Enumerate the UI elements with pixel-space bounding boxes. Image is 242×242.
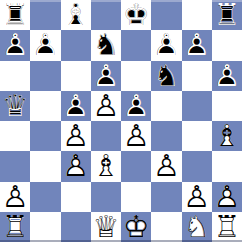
piece-white-pawn-outline: ♙	[153, 151, 180, 181]
piece-white-rook[interactable]: ♜	[213, 212, 240, 242]
piece-white-king-outline: ♔	[123, 212, 150, 242]
piece-black-bishop-outline: ♗	[62, 0, 89, 30]
square-g7[interactable]: ♟♙	[182, 30, 212, 60]
square-f4[interactable]	[151, 121, 181, 151]
piece-black-pawn-outline: ♙	[153, 30, 180, 60]
piece-white-knight-outline: ♘	[183, 212, 210, 242]
piece-black-pawn-outline: ♙	[123, 91, 150, 121]
square-e5[interactable]: ♟♙	[121, 91, 151, 121]
piece-white-pawn[interactable]: ♟	[153, 151, 180, 181]
square-e4[interactable]: ♟♙	[121, 121, 151, 151]
square-h6[interactable]: ♟♙	[212, 61, 242, 91]
piece-white-rook-outline: ♖	[2, 212, 29, 242]
piece-black-knight-outline: ♘	[153, 61, 180, 91]
square-a4[interactable]	[0, 121, 30, 151]
square-g8[interactable]	[182, 0, 212, 30]
piece-black-pawn-outline: ♙	[183, 30, 210, 60]
piece-white-king[interactable]: ♚	[123, 212, 150, 242]
square-h7[interactable]	[212, 30, 242, 60]
square-f3[interactable]: ♟♙	[151, 151, 181, 181]
square-c2[interactable]	[61, 182, 91, 212]
square-e2[interactable]	[121, 182, 151, 212]
square-f8[interactable]	[151, 0, 181, 30]
piece-white-pawn-outline: ♙	[62, 121, 89, 151]
square-g5[interactable]	[182, 91, 212, 121]
piece-black-pawn-outline: ♙	[213, 61, 240, 91]
square-a5[interactable]: ♛♕	[0, 91, 30, 121]
square-g2[interactable]: ♟♙	[182, 182, 212, 212]
square-d1[interactable]: ♛♕	[91, 212, 121, 242]
piece-black-pawn[interactable]: ♟	[183, 30, 210, 60]
piece-black-queen[interactable]: ♛	[2, 91, 29, 121]
piece-white-bishop-outline: ♗	[213, 121, 240, 151]
piece-white-rook-outline: ♖	[213, 212, 240, 242]
piece-black-king-outline: ♔	[123, 0, 150, 30]
square-d7[interactable]: ♞♘	[91, 30, 121, 60]
square-c5[interactable]: ♟♙	[61, 91, 91, 121]
piece-black-pawn-outline: ♙	[2, 30, 29, 60]
piece-black-pawn[interactable]: ♟	[123, 91, 150, 121]
square-h4[interactable]: ♝♗	[212, 121, 242, 151]
piece-black-knight[interactable]: ♞	[92, 30, 119, 60]
piece-black-pawn[interactable]: ♟	[62, 91, 89, 121]
piece-white-pawn-outline: ♙	[123, 121, 150, 151]
square-a3[interactable]	[0, 151, 30, 181]
square-d4[interactable]	[91, 121, 121, 151]
square-c1[interactable]	[61, 212, 91, 242]
square-e1[interactable]: ♚♔	[121, 212, 151, 242]
square-a6[interactable]	[0, 61, 30, 91]
piece-white-rook[interactable]: ♜	[2, 212, 29, 242]
square-e7[interactable]	[121, 30, 151, 60]
piece-white-pawn-outline: ♙	[92, 91, 119, 121]
square-h8[interactable]: ♜♖	[212, 0, 242, 30]
piece-white-pawn[interactable]: ♟	[62, 151, 89, 181]
square-g3[interactable]	[182, 151, 212, 181]
piece-white-pawn[interactable]: ♟	[92, 91, 119, 121]
square-c4[interactable]: ♟♙	[61, 121, 91, 151]
square-f1[interactable]	[151, 212, 181, 242]
square-c6[interactable]	[61, 61, 91, 91]
square-f2[interactable]	[151, 182, 181, 212]
piece-white-bishop[interactable]: ♝	[92, 151, 119, 181]
square-h1[interactable]: ♜♖	[212, 212, 242, 242]
piece-black-knight-outline: ♘	[92, 30, 119, 60]
square-b1[interactable]	[30, 212, 60, 242]
square-c8[interactable]: ♝♗	[61, 0, 91, 30]
piece-black-rook-outline: ♖	[2, 0, 29, 30]
piece-black-rook[interactable]: ♜	[2, 0, 29, 30]
piece-black-queen-outline: ♕	[2, 91, 29, 121]
piece-white-pawn[interactable]: ♟	[213, 182, 240, 212]
square-e3[interactable]	[121, 151, 151, 181]
chess-board: ♜♖♝♗♚♔♜♖♟♙♟♙♞♘♟♙♟♙♟♙♞♘♟♙♛♕♟♙♟♙♟♙♟♙♟♙♝♗♟♙…	[0, 0, 242, 242]
piece-black-bishop[interactable]: ♝	[62, 0, 89, 30]
square-d3[interactable]: ♝♗	[91, 151, 121, 181]
square-d8[interactable]	[91, 0, 121, 30]
piece-white-pawn-outline: ♙	[62, 151, 89, 181]
piece-white-bishop-outline: ♗	[92, 151, 119, 181]
square-f7[interactable]: ♟♙	[151, 30, 181, 60]
piece-black-pawn-outline: ♙	[32, 30, 59, 60]
piece-white-pawn[interactable]: ♟	[62, 121, 89, 151]
square-f5[interactable]	[151, 91, 181, 121]
square-h2[interactable]: ♟♙	[212, 182, 242, 212]
piece-black-knight[interactable]: ♞	[153, 61, 180, 91]
square-e8[interactable]: ♚♔	[121, 0, 151, 30]
square-a2[interactable]: ♟♙	[0, 182, 30, 212]
piece-black-pawn[interactable]: ♟	[2, 30, 29, 60]
piece-black-pawn[interactable]: ♟	[92, 61, 119, 91]
piece-black-king[interactable]: ♚	[123, 0, 150, 30]
piece-white-queen[interactable]: ♛	[92, 212, 119, 242]
square-f6[interactable]: ♞♘	[151, 61, 181, 91]
piece-white-queen-outline: ♕	[92, 212, 119, 242]
piece-black-rook-outline: ♖	[213, 0, 240, 30]
square-d5[interactable]: ♟♙	[91, 91, 121, 121]
piece-black-pawn-outline: ♙	[92, 61, 119, 91]
square-b3[interactable]	[30, 151, 60, 181]
piece-white-pawn[interactable]: ♟	[2, 182, 29, 212]
piece-white-pawn[interactable]: ♟	[183, 182, 210, 212]
square-a1[interactable]: ♜♖	[0, 212, 30, 242]
square-b6[interactable]	[30, 61, 60, 91]
square-d2[interactable]	[91, 182, 121, 212]
piece-black-pawn[interactable]: ♟	[153, 30, 180, 60]
square-a7[interactable]: ♟♙	[0, 30, 30, 60]
square-c7[interactable]	[61, 30, 91, 60]
square-g1[interactable]: ♞♘	[182, 212, 212, 242]
piece-white-pawn-outline: ♙	[183, 182, 210, 212]
piece-white-knight[interactable]: ♞	[183, 212, 210, 242]
piece-white-bishop[interactable]: ♝	[213, 121, 240, 151]
square-g4[interactable]	[182, 121, 212, 151]
square-b2[interactable]	[30, 182, 60, 212]
square-c3[interactable]: ♟♙	[61, 151, 91, 181]
square-d6[interactable]: ♟♙	[91, 61, 121, 91]
piece-black-pawn[interactable]: ♟	[213, 61, 240, 91]
square-b7[interactable]: ♟♙	[30, 30, 60, 60]
square-a8[interactable]: ♜♖	[0, 0, 30, 30]
square-b4[interactable]	[30, 121, 60, 151]
square-h3[interactable]	[212, 151, 242, 181]
piece-white-pawn-outline: ♙	[213, 182, 240, 212]
piece-black-rook[interactable]: ♜	[213, 0, 240, 30]
piece-black-pawn-outline: ♙	[62, 91, 89, 121]
square-b8[interactable]	[30, 0, 60, 30]
piece-white-pawn-outline: ♙	[2, 182, 29, 212]
square-g6[interactable]	[182, 61, 212, 91]
piece-black-pawn[interactable]: ♟	[32, 30, 59, 60]
square-e6[interactable]	[121, 61, 151, 91]
square-b5[interactable]	[30, 91, 60, 121]
piece-white-pawn[interactable]: ♟	[123, 121, 150, 151]
square-h5[interactable]	[212, 91, 242, 121]
